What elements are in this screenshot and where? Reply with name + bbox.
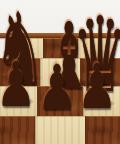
black-pawn-d6[interactable]: ♟ [37, 57, 77, 119]
photo-stage: ♞ ♝ ♛ ♟ ♟ ♟ [0, 0, 120, 144]
black-pawn-c6[interactable]: ♟ [0, 54, 36, 116]
black-pawn-e6[interactable]: ♟ [77, 56, 117, 118]
